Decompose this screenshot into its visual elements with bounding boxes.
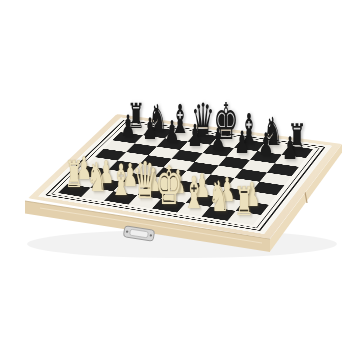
product-photo: ♜♞♝♛♚♝♞♜♟♟♟♟♟♟♟♟♟♟♟♟♟♟♟♟♜♞♝♛♚♝♞♜ [0, 0, 360, 360]
